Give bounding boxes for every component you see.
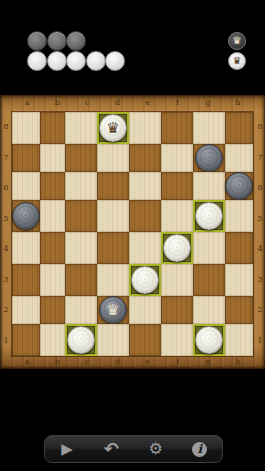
white-king-d8[interactable]: ♛ — [99, 114, 127, 142]
white-man-g1[interactable] — [195, 326, 223, 354]
square-e7[interactable] — [129, 144, 161, 172]
square-e2 — [129, 296, 161, 324]
file-label-top-d: d — [102, 99, 132, 107]
square-h5 — [225, 200, 253, 232]
captured-light-row — [27, 51, 125, 71]
file-label-bottom-d: d — [102, 358, 132, 366]
white-king-crown-icon: ♛ — [233, 56, 242, 66]
white-man-e3[interactable] — [131, 266, 159, 294]
file-label-top-f: f — [163, 99, 193, 107]
rank-label-right-2: 2 — [255, 306, 265, 316]
captured-light-disc — [27, 51, 47, 71]
square-c8 — [65, 112, 97, 144]
square-g2 — [193, 296, 225, 324]
square-h4[interactable] — [225, 232, 253, 264]
captured-light-disc — [66, 51, 86, 71]
captured-dark-disc — [27, 31, 47, 51]
square-a3[interactable] — [12, 264, 40, 296]
square-g6 — [193, 172, 225, 200]
white-king-indicator: ♛ — [228, 52, 246, 70]
black-king-indicator: ♛ — [228, 32, 246, 50]
square-b8[interactable] — [40, 112, 65, 144]
captured-dark-row — [27, 31, 125, 51]
settings-button[interactable]: ⚙ — [141, 437, 171, 461]
white-man-g5[interactable] — [195, 202, 223, 230]
checkers-app: ♛ ♛ ♛♛ aabbccddeeffgghh8877665544332211 … — [0, 0, 265, 471]
square-a1[interactable] — [12, 324, 40, 356]
square-c1[interactable] — [65, 324, 97, 356]
square-g5[interactable] — [193, 200, 225, 232]
square-h3 — [225, 264, 253, 296]
rank-label-left-1: 1 — [1, 337, 11, 347]
square-f6[interactable] — [161, 172, 193, 200]
square-b5 — [40, 200, 65, 232]
black-king-crown-icon: ♛ — [233, 36, 242, 46]
square-c7[interactable] — [65, 144, 97, 172]
square-a7[interactable] — [12, 144, 40, 172]
rank-label-left-6: 6 — [1, 184, 11, 194]
file-label-top-b: b — [42, 99, 72, 107]
rank-label-left-5: 5 — [1, 215, 11, 225]
black-king-d2[interactable]: ♛ — [99, 296, 127, 324]
square-g4 — [193, 232, 225, 264]
square-f5 — [161, 200, 193, 232]
black-man-a5[interactable] — [12, 202, 40, 230]
play-button[interactable]: ▶ — [52, 437, 82, 461]
square-e3[interactable] — [129, 264, 161, 296]
square-d7 — [97, 144, 129, 172]
board: ♛♛ — [12, 112, 253, 356]
square-h7 — [225, 144, 253, 172]
rank-label-right-7: 7 — [255, 154, 265, 164]
square-d1 — [97, 324, 129, 356]
square-e5[interactable] — [129, 200, 161, 232]
square-a4 — [12, 232, 40, 264]
file-label-top-g: g — [193, 99, 223, 107]
rank-label-right-3: 3 — [255, 276, 265, 286]
square-c3[interactable] — [65, 264, 97, 296]
black-king-crown-icon: ♛ — [106, 302, 119, 317]
square-h1 — [225, 324, 253, 356]
square-e4 — [129, 232, 161, 264]
file-label-bottom-b: b — [42, 358, 72, 366]
square-h6[interactable] — [225, 172, 253, 200]
settings-icon: ⚙ — [148, 441, 162, 457]
captured-dark-disc — [66, 31, 86, 51]
captured-dark-disc — [47, 31, 67, 51]
white-man-c1[interactable] — [67, 326, 95, 354]
square-h2[interactable] — [225, 296, 253, 324]
square-a5[interactable] — [12, 200, 40, 232]
file-label-top-h: h — [223, 99, 253, 107]
square-d6[interactable] — [97, 172, 129, 200]
file-label-bottom-g: g — [193, 358, 223, 366]
board-frame: ♛♛ aabbccddeeffgghh8877665544332211 — [0, 95, 265, 369]
square-a6 — [12, 172, 40, 200]
info-icon: i — [192, 442, 207, 457]
rank-label-left-4: 4 — [1, 245, 11, 255]
square-c5[interactable] — [65, 200, 97, 232]
square-a2 — [12, 296, 40, 324]
file-label-bottom-f: f — [163, 358, 193, 366]
square-b1 — [40, 324, 65, 356]
file-label-top-e: e — [133, 99, 163, 107]
square-c6 — [65, 172, 97, 200]
square-d3 — [97, 264, 129, 296]
file-label-bottom-h: h — [223, 358, 253, 366]
square-f4[interactable] — [161, 232, 193, 264]
file-label-top-c: c — [72, 99, 102, 107]
square-e1[interactable] — [129, 324, 161, 356]
rank-label-right-1: 1 — [255, 337, 265, 347]
square-d5 — [97, 200, 129, 232]
square-d4[interactable] — [97, 232, 129, 264]
rank-label-right-5: 5 — [255, 215, 265, 225]
rank-label-left-8: 8 — [1, 123, 11, 133]
square-a8 — [12, 112, 40, 144]
rank-label-left-3: 3 — [1, 276, 11, 286]
black-man-h6[interactable] — [225, 172, 253, 200]
info-button[interactable]: i — [185, 437, 215, 461]
rank-label-right-4: 4 — [255, 245, 265, 255]
black-man-g7[interactable] — [195, 144, 223, 172]
square-f7 — [161, 144, 193, 172]
captured-pieces-tray — [27, 31, 125, 71]
square-g3[interactable] — [193, 264, 225, 296]
square-e8 — [129, 112, 161, 144]
rank-label-left-2: 2 — [1, 306, 11, 316]
square-g7[interactable] — [193, 144, 225, 172]
captured-light-disc — [105, 51, 125, 71]
square-b2[interactable] — [40, 296, 65, 324]
file-label-top-a: a — [12, 99, 42, 107]
undo-button[interactable]: ↶ — [96, 437, 126, 461]
rank-label-right-6: 6 — [255, 184, 265, 194]
square-e6 — [129, 172, 161, 200]
file-label-bottom-c: c — [72, 358, 102, 366]
undo-icon: ↶ — [104, 440, 119, 458]
square-f1 — [161, 324, 193, 356]
rank-label-left-7: 7 — [1, 154, 11, 164]
captured-light-disc — [47, 51, 67, 71]
square-c4 — [65, 232, 97, 264]
square-b6[interactable] — [40, 172, 65, 200]
rank-label-right-8: 8 — [255, 123, 265, 133]
square-f2[interactable] — [161, 296, 193, 324]
square-b7 — [40, 144, 65, 172]
square-b4[interactable] — [40, 232, 65, 264]
square-d2[interactable]: ♛ — [97, 296, 129, 324]
square-g8 — [193, 112, 225, 144]
white-man-f4[interactable] — [163, 234, 191, 262]
white-king-crown-icon: ♛ — [106, 120, 119, 135]
square-c2 — [65, 296, 97, 324]
toolbar: ▶↶⚙i — [44, 435, 223, 463]
square-d8[interactable]: ♛ — [97, 112, 129, 144]
play-icon: ▶ — [61, 442, 73, 457]
square-b3 — [40, 264, 65, 296]
square-h8[interactable] — [225, 112, 253, 144]
captured-light-disc — [86, 51, 106, 71]
square-f3 — [161, 264, 193, 296]
square-g1[interactable] — [193, 324, 225, 356]
square-f8[interactable] — [161, 112, 193, 144]
file-label-bottom-e: e — [133, 358, 163, 366]
file-label-bottom-a: a — [12, 358, 42, 366]
